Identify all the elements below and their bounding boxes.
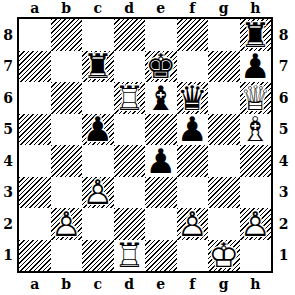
- square-b5[interactable]: [51, 114, 83, 146]
- file-label-top-a: a: [19, 0, 51, 16]
- rank-label-right-4: 4: [273, 145, 294, 177]
- white-pawn-glyph: ♙: [240, 208, 272, 240]
- file-label-top-b: b: [51, 0, 83, 16]
- square-g6[interactable]: [208, 82, 240, 114]
- square-d4[interactable]: [114, 145, 146, 177]
- square-a5[interactable]: [19, 114, 51, 146]
- file-label-top-f: f: [177, 0, 209, 16]
- square-f4[interactable]: [177, 145, 209, 177]
- black-bishop-glyph: ♝: [145, 82, 177, 114]
- white-king-glyph: ♔: [208, 240, 240, 272]
- square-b1[interactable]: [51, 240, 83, 272]
- white-pawn-glyph: ♙: [82, 177, 114, 209]
- black-rook[interactable]: ♜♜: [82, 51, 114, 83]
- square-e2[interactable]: [145, 208, 177, 240]
- white-pawn-glyph: ♙: [177, 208, 209, 240]
- square-e4[interactable]: ♟♟: [145, 145, 177, 177]
- rank-label-right-5: 5: [273, 114, 294, 146]
- rank-label-left-8: 8: [0, 19, 16, 51]
- square-h5[interactable]: ♝♗: [240, 114, 272, 146]
- file-label-bottom-b: b: [51, 273, 83, 294]
- square-a1[interactable]: [19, 240, 51, 272]
- square-f1[interactable]: [177, 240, 209, 272]
- square-h4[interactable]: [240, 145, 272, 177]
- square-b4[interactable]: [51, 145, 83, 177]
- rank-labels-right: 87654321: [273, 19, 294, 271]
- rank-label-right-6: 6: [273, 82, 294, 114]
- rank-label-left-5: 5: [0, 114, 16, 146]
- rank-label-right-8: 8: [273, 19, 294, 51]
- square-d6[interactable]: ♜♖: [114, 82, 146, 114]
- file-label-bottom-a: a: [19, 273, 51, 294]
- black-pawn-glyph: ♟: [145, 145, 177, 177]
- rank-label-right-7: 7: [273, 51, 294, 83]
- file-label-top-e: e: [145, 0, 177, 16]
- square-b7[interactable]: [51, 51, 83, 83]
- black-pawn-glyph: ♟: [177, 114, 209, 146]
- file-label-bottom-g: g: [208, 273, 240, 294]
- white-rook[interactable]: ♜♖: [114, 240, 146, 272]
- rank-label-left-7: 7: [0, 51, 16, 83]
- square-a4[interactable]: [19, 145, 51, 177]
- square-g8[interactable]: [208, 19, 240, 51]
- file-label-top-d: d: [114, 0, 146, 16]
- square-d1[interactable]: ♜♖: [114, 240, 146, 272]
- square-a8[interactable]: [19, 19, 51, 51]
- file-label-bottom-d: d: [114, 273, 146, 294]
- file-labels-bottom: abcdefgh: [19, 273, 271, 294]
- square-a6[interactable]: [19, 82, 51, 114]
- black-pawn[interactable]: ♟♟: [177, 114, 209, 146]
- square-g1[interactable]: ♚♔: [208, 240, 240, 272]
- white-king[interactable]: ♚♔: [208, 240, 240, 272]
- file-label-bottom-h: h: [240, 273, 272, 294]
- rank-labels-left: 87654321: [0, 19, 16, 271]
- white-pawn-glyph: ♙: [51, 208, 83, 240]
- square-e6[interactable]: ♝♝: [145, 82, 177, 114]
- square-d5[interactable]: [114, 114, 146, 146]
- square-b6[interactable]: [51, 82, 83, 114]
- rank-label-right-3: 3: [273, 177, 294, 209]
- square-h2[interactable]: ♟♙: [240, 208, 272, 240]
- black-pawn-glyph: ♟: [82, 114, 114, 146]
- white-pawn[interactable]: ♟♙: [82, 177, 114, 209]
- square-e1[interactable]: [145, 240, 177, 272]
- square-d3[interactable]: [114, 177, 146, 209]
- rank-label-left-4: 4: [0, 145, 16, 177]
- square-b2[interactable]: ♟♙: [51, 208, 83, 240]
- file-labels-top: abcdefgh: [19, 0, 271, 16]
- square-h1[interactable]: [240, 240, 272, 272]
- white-pawn[interactable]: ♟♙: [51, 208, 83, 240]
- rank-label-left-2: 2: [0, 208, 16, 240]
- square-b8[interactable]: [51, 19, 83, 51]
- rank-label-left-1: 1: [0, 240, 16, 272]
- chess-diagram: abcdefgh 87654321 ♜♜♜♜♚♚♟♟♜♖♝♝♛♛♛♕♟♟♟♟♝♗…: [0, 0, 295, 295]
- white-bishop-glyph: ♗: [240, 114, 272, 146]
- white-pawn[interactable]: ♟♙: [240, 208, 272, 240]
- black-pawn[interactable]: ♟♟: [145, 145, 177, 177]
- square-f2[interactable]: ♟♙: [177, 208, 209, 240]
- rank-label-right-2: 2: [273, 208, 294, 240]
- black-pawn[interactable]: ♟♟: [82, 114, 114, 146]
- square-f5[interactable]: ♟♟: [177, 114, 209, 146]
- file-label-bottom-c: c: [82, 273, 114, 294]
- white-pawn[interactable]: ♟♙: [177, 208, 209, 240]
- square-e3[interactable]: [145, 177, 177, 209]
- square-c5[interactable]: ♟♟: [82, 114, 114, 146]
- square-c7[interactable]: ♜♜: [82, 51, 114, 83]
- square-d8[interactable]: [114, 19, 146, 51]
- file-label-top-c: c: [82, 0, 114, 16]
- rank-label-left-6: 6: [0, 82, 16, 114]
- white-bishop[interactable]: ♝♗: [240, 114, 272, 146]
- file-label-bottom-e: e: [145, 273, 177, 294]
- white-rook-glyph: ♖: [114, 82, 146, 114]
- rank-label-right-1: 1: [273, 240, 294, 272]
- black-rook-glyph: ♜: [82, 51, 114, 83]
- square-g4[interactable]: [208, 145, 240, 177]
- file-label-top-g: g: [208, 0, 240, 16]
- square-a7[interactable]: [19, 51, 51, 83]
- black-bishop[interactable]: ♝♝: [145, 82, 177, 114]
- white-rook[interactable]: ♜♖: [114, 82, 146, 114]
- square-a2[interactable]: [19, 208, 51, 240]
- rank-label-left-3: 3: [0, 177, 16, 209]
- square-a3[interactable]: [19, 177, 51, 209]
- square-g3[interactable]: [208, 177, 240, 209]
- file-label-bottom-f: f: [177, 273, 209, 294]
- square-c1[interactable]: [82, 240, 114, 272]
- square-f8[interactable]: [177, 19, 209, 51]
- square-c2[interactable]: [82, 208, 114, 240]
- file-label-top-h: h: [240, 0, 272, 16]
- square-g7[interactable]: [208, 51, 240, 83]
- board: ♜♜♜♜♚♚♟♟♜♖♝♝♛♛♛♕♟♟♟♟♝♗♟♟♟♙♟♙♟♙♟♙♜♖♚♔: [17, 17, 273, 273]
- white-rook-glyph: ♖: [114, 240, 146, 272]
- square-g5[interactable]: [208, 114, 240, 146]
- square-c3[interactable]: ♟♙: [82, 177, 114, 209]
